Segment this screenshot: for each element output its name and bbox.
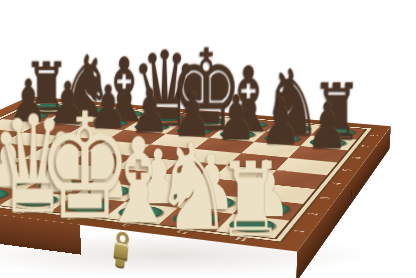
- clasp-hook-icon: [115, 258, 125, 269]
- chess-board: ♜♞♝♛♚♝♞♜♟♟♟♟♟♟♟♟♟♟♟♟♟♟♟♟♜♞♝♛♚♝♞♜ ABCDEFG…: [0, 96, 391, 251]
- side-fold-seam: [351, 178, 353, 205]
- chess-set-photo: ♜♞♝♛♚♝♞♜♟♟♟♟♟♟♟♟♟♟♟♟♟♟♟♟♜♞♝♛♚♝♞♜ ABCDEFG…: [0, 0, 416, 278]
- brass-clasp: [110, 230, 132, 278]
